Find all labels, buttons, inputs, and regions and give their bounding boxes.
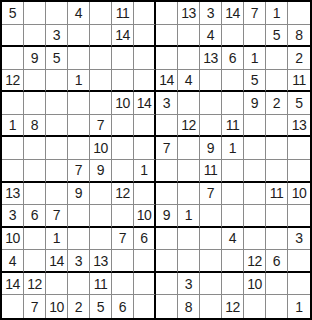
cell-value: 10 <box>115 96 130 110</box>
cell-r14c7[interactable] <box>134 295 156 318</box>
cell-value: 5 <box>9 6 16 20</box>
cell-r13c2[interactable]: 12 <box>24 273 46 296</box>
cell-value: 10 <box>93 141 108 155</box>
cell-r12c6[interactable] <box>112 250 134 273</box>
cell-r10c11[interactable] <box>222 205 244 228</box>
cell-r1c2[interactable] <box>24 2 46 25</box>
cell-value: 5 <box>97 300 104 314</box>
cell-r3c6[interactable] <box>112 47 134 70</box>
cell-value: 9 <box>207 141 214 155</box>
cell-r8c14[interactable] <box>288 160 310 183</box>
cell-value: 7 <box>97 118 104 132</box>
cell-r14c1[interactable] <box>2 295 24 318</box>
cell-r13c11[interactable] <box>222 273 244 296</box>
cell-value: 12 <box>5 73 20 87</box>
cell-r14c2[interactable]: 7 <box>24 295 46 318</box>
cell-r8c1[interactable] <box>2 160 24 183</box>
cell-r6c8[interactable] <box>156 115 178 138</box>
cell-r9c13[interactable]: 11 <box>266 183 288 206</box>
cell-r1c11[interactable]: 14 <box>222 2 244 25</box>
cell-r14c10[interactable] <box>200 295 222 318</box>
cell-value: 5 <box>295 96 302 110</box>
cell-value: 10 <box>292 186 307 200</box>
cell-r13c9[interactable]: 3 <box>178 273 200 296</box>
cell-value: 9 <box>251 96 258 110</box>
cell-r8c12[interactable] <box>244 160 266 183</box>
cell-r6c3[interactable] <box>46 115 68 138</box>
cell-r14c6[interactable]: 6 <box>112 295 134 318</box>
cell-r3c3[interactable]: 5 <box>46 47 68 70</box>
cell-r13c1[interactable]: 14 <box>2 273 24 296</box>
cell-r5c2[interactable] <box>24 92 46 115</box>
cell-value: 4 <box>207 28 214 42</box>
cell-r6c6[interactable] <box>112 115 134 138</box>
cell-r11c1[interactable]: 10 <box>2 228 24 251</box>
cell-r13c3[interactable] <box>46 273 68 296</box>
cell-r12c8[interactable] <box>156 250 178 273</box>
cell-value: 7 <box>75 163 82 177</box>
cell-r11c5[interactable] <box>90 228 112 251</box>
cell-r6c12[interactable] <box>244 115 266 138</box>
cell-r4c6[interactable] <box>112 70 134 93</box>
cell-r2c10[interactable]: 4 <box>200 25 222 48</box>
cell-value: 1 <box>295 300 302 314</box>
cell-r6c7[interactable] <box>134 115 156 138</box>
cell-r11c2[interactable] <box>24 228 46 251</box>
cell-r12c1[interactable]: 4 <box>2 250 24 273</box>
cell-r6c4[interactable] <box>68 115 90 138</box>
cell-r12c2[interactable] <box>24 250 46 273</box>
cell-value: 7 <box>119 231 126 245</box>
cell-value: 7 <box>53 208 60 222</box>
cell-value: 4 <box>75 6 82 20</box>
cell-value: 3 <box>9 208 16 222</box>
cell-value: 3 <box>75 254 82 268</box>
cell-r5c14[interactable]: 5 <box>288 92 310 115</box>
cell-value: 14 <box>159 73 174 87</box>
cell-r2c5[interactable] <box>90 25 112 48</box>
cell-r5c8[interactable]: 3 <box>156 92 178 115</box>
cell-r11c10[interactable] <box>200 228 222 251</box>
cell-r1c4[interactable]: 4 <box>68 2 90 25</box>
cell-value: 10 <box>5 231 20 245</box>
cell-r14c8[interactable] <box>156 295 178 318</box>
cell-r12c9[interactable] <box>178 250 200 273</box>
cell-value: 5 <box>53 51 60 65</box>
cell-r9c6[interactable]: 12 <box>112 183 134 206</box>
cell-value: 8 <box>295 28 302 42</box>
cell-r13c4[interactable] <box>68 273 90 296</box>
cell-value: 14 <box>49 254 64 268</box>
cell-r2c2[interactable] <box>24 25 46 48</box>
cell-r7c13[interactable] <box>266 137 288 160</box>
cell-r5c13[interactable]: 2 <box>266 92 288 115</box>
cell-r5c5[interactable] <box>90 92 112 115</box>
cell-r10c12[interactable] <box>244 205 266 228</box>
cell-r14c4[interactable]: 2 <box>68 295 90 318</box>
cell-value: 1 <box>229 141 236 155</box>
cell-r6c10[interactable] <box>200 115 222 138</box>
cell-r14c12[interactable] <box>244 295 266 318</box>
cell-value: 14 <box>115 28 130 42</box>
cell-r6c9[interactable]: 12 <box>178 115 200 138</box>
cell-r4c7[interactable] <box>134 70 156 93</box>
cell-r10c1[interactable]: 3 <box>2 205 24 228</box>
cell-r13c6[interactable] <box>112 273 134 296</box>
cell-r6c1[interactable]: 1 <box>2 115 24 138</box>
cell-r3c2[interactable]: 9 <box>24 47 46 70</box>
cell-value: 11 <box>226 118 240 132</box>
cell-r2c4[interactable] <box>68 25 90 48</box>
cell-r10c9[interactable]: 1 <box>178 205 200 228</box>
cell-r3c12[interactable]: 1 <box>244 47 266 70</box>
cell-r9c1[interactable]: 13 <box>2 183 24 206</box>
cell-r7c3[interactable] <box>46 137 68 160</box>
cell-r7c12[interactable] <box>244 137 266 160</box>
cell-r4c11[interactable] <box>222 70 244 93</box>
cell-r13c12[interactable]: 10 <box>244 273 266 296</box>
cell-r4c8[interactable]: 14 <box>156 70 178 93</box>
cell-r13c10[interactable] <box>200 273 222 296</box>
cell-r8c9[interactable] <box>178 160 200 183</box>
cell-value: 1 <box>9 118 16 132</box>
cell-r5c6[interactable]: 10 <box>112 92 134 115</box>
cell-value: 6 <box>140 231 147 245</box>
cell-r4c4[interactable]: 1 <box>68 70 90 93</box>
cell-r11c14[interactable]: 3 <box>288 228 310 251</box>
cell-r12c12[interactable]: 12 <box>244 250 266 273</box>
cell-r11c7[interactable]: 6 <box>134 228 156 251</box>
cell-r6c5[interactable]: 7 <box>90 115 112 138</box>
cell-r5c12[interactable]: 9 <box>244 92 266 115</box>
cell-value: 14 <box>5 277 20 291</box>
cell-r8c5[interactable]: 9 <box>90 160 112 183</box>
cell-value: 5 <box>251 73 258 87</box>
cell-r2c3[interactable]: 3 <box>46 25 68 48</box>
cell-value: 4 <box>229 231 236 245</box>
cell-value: 3 <box>53 28 60 42</box>
cell-r12c13[interactable]: 6 <box>266 250 288 273</box>
cell-r7c14[interactable] <box>288 137 310 160</box>
cell-r4c13[interactable] <box>266 70 288 93</box>
cell-r12c7[interactable] <box>134 250 156 273</box>
cell-value: 11 <box>270 186 284 200</box>
cell-value: 9 <box>31 51 38 65</box>
cell-r5c1[interactable] <box>2 92 24 115</box>
cell-r5c3[interactable] <box>46 92 68 115</box>
cell-r4c3[interactable] <box>46 70 68 93</box>
cell-r8c4[interactable]: 7 <box>68 160 90 183</box>
cell-r1c14[interactable] <box>288 2 310 25</box>
cell-r1c9[interactable]: 13 <box>178 2 200 25</box>
cell-value: 14 <box>137 96 152 110</box>
cell-value: 12 <box>115 186 130 200</box>
cell-r14c11[interactable]: 12 <box>222 295 244 318</box>
cell-value: 13 <box>93 254 108 268</box>
cell-r4c5[interactable] <box>90 70 112 93</box>
cell-value: 11 <box>94 277 108 291</box>
cell-r7c8[interactable]: 7 <box>156 137 178 160</box>
cell-r7c6[interactable] <box>112 137 134 160</box>
cell-r7c11[interactable]: 1 <box>222 137 244 160</box>
cell-r14c3[interactable]: 10 <box>46 295 68 318</box>
cell-r3c7[interactable] <box>134 47 156 70</box>
cell-r2c7[interactable] <box>134 25 156 48</box>
cell-value: 7 <box>31 300 38 314</box>
cell-r7c9[interactable] <box>178 137 200 160</box>
cell-r2c1[interactable] <box>2 25 24 48</box>
cell-r14c5[interactable]: 5 <box>90 295 112 318</box>
cell-r9c7[interactable] <box>134 183 156 206</box>
cell-r3c8[interactable] <box>156 47 178 70</box>
cell-r11c13[interactable] <box>266 228 288 251</box>
cell-r7c2[interactable] <box>24 137 46 160</box>
cell-r11c4[interactable] <box>68 228 90 251</box>
cell-value: 12 <box>181 118 196 132</box>
cell-r3c4[interactable] <box>68 47 90 70</box>
cell-r1c1[interactable]: 5 <box>2 2 24 25</box>
cell-value: 2 <box>295 51 302 65</box>
cell-r6c14[interactable]: 13 <box>288 115 310 138</box>
cell-r13c13[interactable] <box>266 273 288 296</box>
cell-value: 9 <box>163 208 170 222</box>
cell-r9c2[interactable] <box>24 183 46 206</box>
cell-value: 7 <box>207 186 214 200</box>
cell-r11c9[interactable] <box>178 228 200 251</box>
cell-value: 1 <box>75 73 82 87</box>
cell-r2c6[interactable]: 14 <box>112 25 134 48</box>
cell-r9c11[interactable] <box>222 183 244 206</box>
cell-r2c13[interactable]: 5 <box>266 25 288 48</box>
cell-r2c9[interactable] <box>178 25 200 48</box>
cell-value: 6 <box>273 254 280 268</box>
cell-value: 1 <box>185 208 192 222</box>
cell-r10c7[interactable]: 10 <box>134 205 156 228</box>
cell-value: 14 <box>225 6 240 20</box>
cell-value: 10 <box>247 277 262 291</box>
cell-r3c5[interactable] <box>90 47 112 70</box>
cell-r10c10[interactable] <box>200 205 222 228</box>
cell-value: 4 <box>9 254 16 268</box>
cell-r4c14[interactable]: 11 <box>288 70 310 93</box>
cell-r2c11[interactable] <box>222 25 244 48</box>
cell-r9c4[interactable]: 9 <box>68 183 90 206</box>
cell-value: 9 <box>97 163 104 177</box>
cell-r5c7[interactable]: 14 <box>134 92 156 115</box>
cell-value: 8 <box>185 300 192 314</box>
cell-r2c12[interactable] <box>244 25 266 48</box>
cell-value: 12 <box>247 254 262 268</box>
cell-r8c3[interactable] <box>46 160 68 183</box>
cell-value: 2 <box>75 300 82 314</box>
cell-value: 3 <box>185 277 192 291</box>
cell-value: 11 <box>116 6 130 20</box>
cell-r12c11[interactable] <box>222 250 244 273</box>
cell-value: 8 <box>31 118 38 132</box>
cell-r9c8[interactable] <box>156 183 178 206</box>
cell-r13c7[interactable] <box>134 273 156 296</box>
cell-r9c14[interactable]: 10 <box>288 183 310 206</box>
cell-r12c14[interactable] <box>288 250 310 273</box>
cell-value: 12 <box>225 300 240 314</box>
cell-r10c8[interactable]: 9 <box>156 205 178 228</box>
cell-r8c11[interactable] <box>222 160 244 183</box>
cell-value: 1 <box>273 6 280 20</box>
cell-r8c2[interactable] <box>24 160 46 183</box>
cell-r12c3[interactable]: 14 <box>46 250 68 273</box>
cell-r5c4[interactable] <box>68 92 90 115</box>
cell-r11c8[interactable] <box>156 228 178 251</box>
cell-r2c8[interactable] <box>156 25 178 48</box>
cell-r12c5[interactable]: 13 <box>90 250 112 273</box>
cell-r1c10[interactable]: 3 <box>200 2 222 25</box>
cell-value: 12 <box>27 277 42 291</box>
cell-value: 3 <box>163 96 170 110</box>
cell-value: 10 <box>137 208 152 222</box>
cell-value: 1 <box>251 51 258 65</box>
cell-r8c10[interactable]: 11 <box>200 160 222 183</box>
cell-r10c6[interactable] <box>112 205 134 228</box>
cell-r10c13[interactable] <box>266 205 288 228</box>
cell-r1c12[interactable]: 7 <box>244 2 266 25</box>
cell-value: 6 <box>31 208 38 222</box>
cell-r5c9[interactable] <box>178 92 200 115</box>
cell-value: 13 <box>292 118 307 132</box>
cell-value: 7 <box>163 141 170 155</box>
cell-r11c3[interactable]: 1 <box>46 228 68 251</box>
cell-value: 13 <box>181 6 196 20</box>
cell-value: 3 <box>295 231 302 245</box>
cell-r3c10[interactable]: 13 <box>200 47 222 70</box>
cell-r3c1[interactable] <box>2 47 24 70</box>
cell-value: 11 <box>292 73 306 87</box>
cell-value: 13 <box>203 51 218 65</box>
cell-r10c3[interactable]: 7 <box>46 205 68 228</box>
cell-r5c10[interactable] <box>200 92 222 115</box>
cell-value: 13 <box>5 186 20 200</box>
cell-r5c11[interactable] <box>222 92 244 115</box>
cell-r13c8[interactable] <box>156 273 178 296</box>
cell-value: 3 <box>207 6 214 20</box>
cell-r8c7[interactable]: 1 <box>134 160 156 183</box>
cell-r10c14[interactable] <box>288 205 310 228</box>
cell-r11c11[interactable]: 4 <box>222 228 244 251</box>
cell-value: 6 <box>119 300 126 314</box>
cell-r8c13[interactable] <box>266 160 288 183</box>
cell-r11c12[interactable] <box>244 228 266 251</box>
cell-r1c7[interactable] <box>134 2 156 25</box>
cell-value: 2 <box>273 96 280 110</box>
sudoku-board: 5411133147131445895136121211445111014392… <box>0 0 312 320</box>
cell-r3c9[interactable] <box>178 47 200 70</box>
cell-r7c10[interactable]: 9 <box>200 137 222 160</box>
cell-r1c5[interactable] <box>90 2 112 25</box>
cell-value: 6 <box>229 51 236 65</box>
cell-r3c13[interactable] <box>266 47 288 70</box>
cell-r8c6[interactable] <box>112 160 134 183</box>
cell-r6c11[interactable]: 11 <box>222 115 244 138</box>
cell-r3c11[interactable]: 6 <box>222 47 244 70</box>
cell-value: 1 <box>53 231 60 245</box>
cell-r9c5[interactable] <box>90 183 112 206</box>
cell-r1c8[interactable] <box>156 2 178 25</box>
cell-r7c5[interactable]: 10 <box>90 137 112 160</box>
cell-value: 1 <box>140 163 147 177</box>
cell-r6c13[interactable] <box>266 115 288 138</box>
cell-r9c12[interactable] <box>244 183 266 206</box>
cell-r3c14[interactable]: 2 <box>288 47 310 70</box>
cell-r4c10[interactable] <box>200 70 222 93</box>
cell-value: 11 <box>204 163 218 177</box>
cell-r14c14[interactable]: 1 <box>288 295 310 318</box>
cell-r7c1[interactable] <box>2 137 24 160</box>
cell-r10c4[interactable] <box>68 205 90 228</box>
cell-r1c6[interactable]: 11 <box>112 2 134 25</box>
cell-r6c2[interactable]: 8 <box>24 115 46 138</box>
cell-r10c5[interactable] <box>90 205 112 228</box>
cell-r4c9[interactable]: 4 <box>178 70 200 93</box>
cell-value: 10 <box>49 300 64 314</box>
cell-r9c10[interactable]: 7 <box>200 183 222 206</box>
cell-r10c2[interactable]: 6 <box>24 205 46 228</box>
cell-r1c3[interactable] <box>46 2 68 25</box>
cell-r4c2[interactable] <box>24 70 46 93</box>
cell-value: 7 <box>251 6 258 20</box>
cell-r8c8[interactable] <box>156 160 178 183</box>
cell-r7c7[interactable] <box>134 137 156 160</box>
cell-r12c10[interactable] <box>200 250 222 273</box>
cell-r14c9[interactable]: 8 <box>178 295 200 318</box>
cell-r13c14[interactable] <box>288 273 310 296</box>
cell-r4c1[interactable]: 12 <box>2 70 24 93</box>
cell-r14c13[interactable] <box>266 295 288 318</box>
cell-r12c4[interactable]: 3 <box>68 250 90 273</box>
cell-r11c6[interactable]: 7 <box>112 228 134 251</box>
cell-r7c4[interactable] <box>68 137 90 160</box>
cell-value: 5 <box>273 28 280 42</box>
cell-r4c12[interactable]: 5 <box>244 70 266 93</box>
cell-r1c13[interactable]: 1 <box>266 2 288 25</box>
cell-value: 4 <box>185 73 192 87</box>
cell-value: 9 <box>75 186 82 200</box>
cell-r9c9[interactable] <box>178 183 200 206</box>
cell-r2c14[interactable]: 8 <box>288 25 310 48</box>
cell-r9c3[interactable] <box>46 183 68 206</box>
cell-r13c5[interactable]: 11 <box>90 273 112 296</box>
